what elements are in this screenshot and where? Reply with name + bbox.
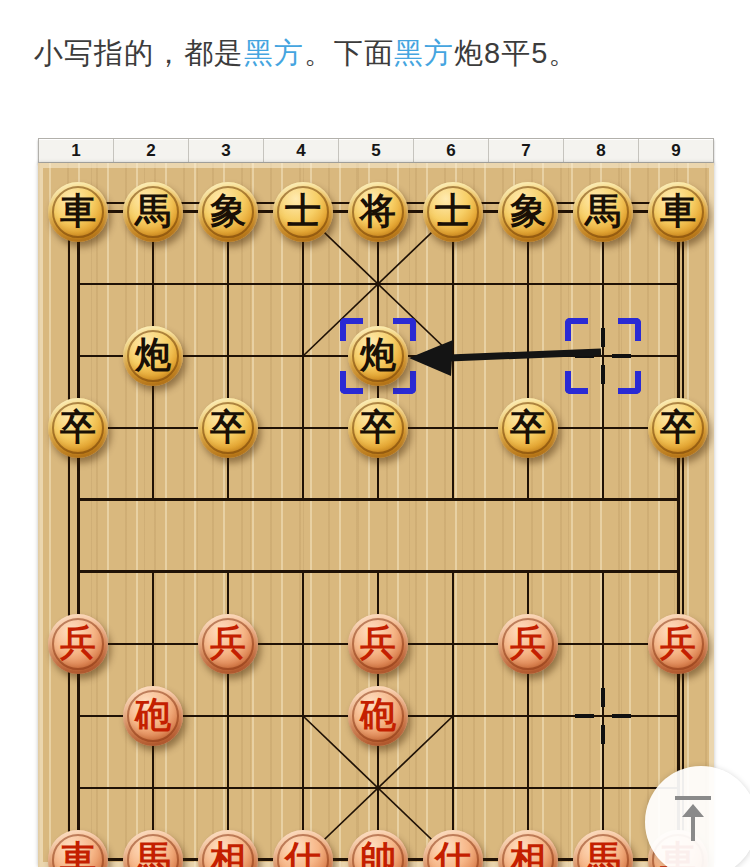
caption-link[interactable]: 黑方 bbox=[244, 37, 304, 69]
page: 小写指的，都是黑方。下面黑方炮8平5。 123456789 車馬象士将士象馬車炮… bbox=[0, 0, 750, 867]
piece-black[interactable]: 炮 bbox=[123, 326, 183, 386]
arrow-to-top-icon bbox=[673, 796, 713, 844]
grid-vline bbox=[452, 211, 454, 501]
column-ruler: 123456789 bbox=[38, 138, 714, 163]
caption-text: 。下面 bbox=[304, 37, 394, 69]
piece-black[interactable]: 卒 bbox=[648, 398, 708, 458]
back-to-top-button[interactable] bbox=[645, 766, 750, 867]
piece-red[interactable]: 兵 bbox=[498, 614, 558, 674]
piece-black[interactable]: 将 bbox=[348, 182, 408, 242]
piece-red[interactable]: 兵 bbox=[48, 614, 108, 674]
piece-black[interactable]: 車 bbox=[648, 182, 708, 242]
piece-red[interactable]: 兵 bbox=[648, 614, 708, 674]
board-frame bbox=[68, 202, 684, 867]
caption-link[interactable]: 黑方 bbox=[394, 37, 454, 69]
grid-vline bbox=[677, 211, 680, 861]
piece-black[interactable]: 卒 bbox=[348, 398, 408, 458]
ruler-label: 3 bbox=[189, 139, 264, 162]
piece-black[interactable]: 士 bbox=[423, 182, 483, 242]
piece-black[interactable]: 卒 bbox=[198, 398, 258, 458]
caption-text: 小写指的，都是 bbox=[34, 37, 244, 69]
xiangqi-board[interactable]: 車馬象士将士象馬車炮炮卒卒卒卒卒兵兵兵兵兵砲砲車馬相仕帥仕相馬車 bbox=[38, 163, 714, 867]
piece-black[interactable]: 象 bbox=[498, 182, 558, 242]
move-origin-crosshair bbox=[575, 688, 631, 744]
piece-black[interactable]: 象 bbox=[198, 182, 258, 242]
caption-text: 炮8平5。 bbox=[454, 37, 578, 69]
piece-black[interactable]: 炮 bbox=[348, 326, 408, 386]
grid-vline bbox=[77, 211, 80, 861]
piece-black[interactable]: 馬 bbox=[573, 182, 633, 242]
grid-vline bbox=[302, 571, 304, 861]
piece-red[interactable]: 砲 bbox=[348, 686, 408, 746]
caption: 小写指的，都是黑方。下面黑方炮8平5。 bbox=[34, 36, 578, 70]
ruler-label: 9 bbox=[639, 139, 713, 162]
ruler-label: 5 bbox=[339, 139, 414, 162]
grid-vline bbox=[302, 211, 304, 501]
grid-vline bbox=[452, 571, 454, 861]
piece-red[interactable]: 兵 bbox=[198, 614, 258, 674]
ruler-label: 8 bbox=[564, 139, 639, 162]
piece-black[interactable]: 馬 bbox=[123, 182, 183, 242]
ruler-label: 4 bbox=[264, 139, 339, 162]
piece-black[interactable]: 卒 bbox=[48, 398, 108, 458]
ruler-label: 1 bbox=[39, 139, 114, 162]
piece-black[interactable]: 車 bbox=[48, 182, 108, 242]
piece-black[interactable]: 士 bbox=[273, 182, 333, 242]
piece-red[interactable]: 兵 bbox=[348, 614, 408, 674]
ruler-label: 6 bbox=[414, 139, 489, 162]
piece-red[interactable]: 砲 bbox=[123, 686, 183, 746]
move-origin-crosshair bbox=[575, 328, 631, 384]
ruler-label: 2 bbox=[114, 139, 189, 162]
piece-black[interactable]: 卒 bbox=[498, 398, 558, 458]
ruler-label: 7 bbox=[489, 139, 564, 162]
